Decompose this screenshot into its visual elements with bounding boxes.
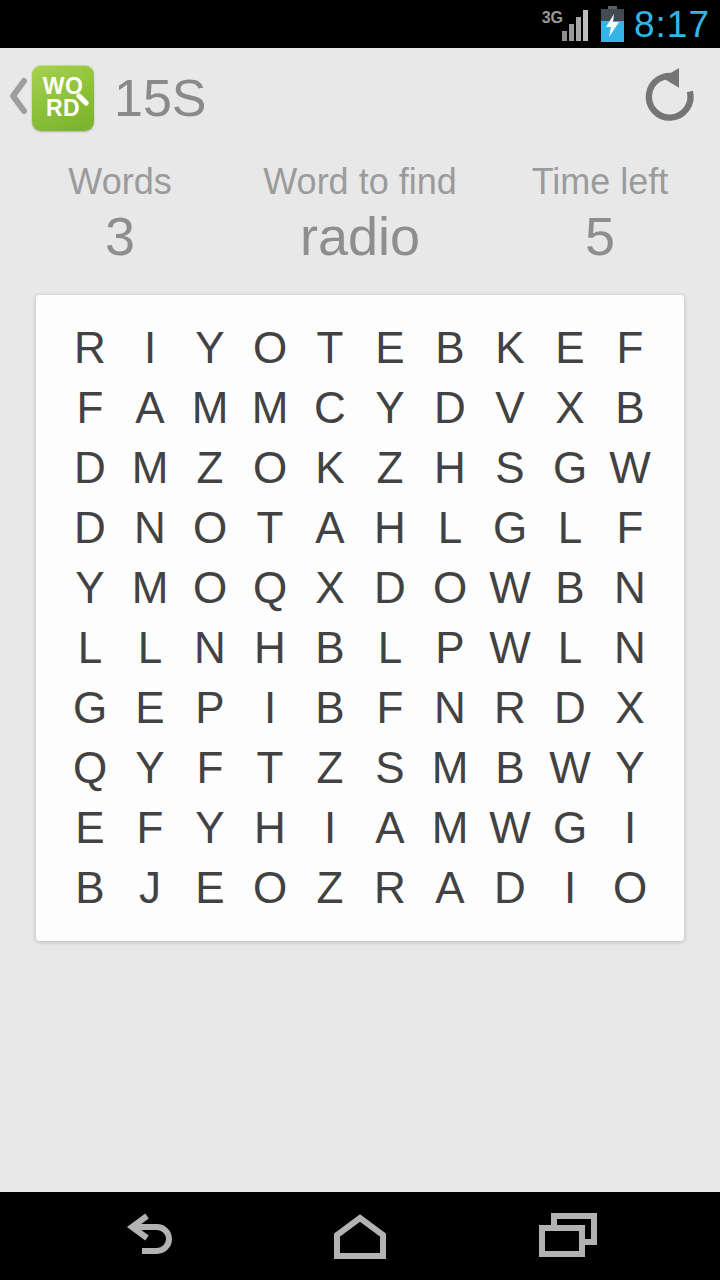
nav-back-icon[interactable] xyxy=(121,1213,183,1259)
stat-words-label: Words xyxy=(0,162,240,202)
grid-cell[interactable]: F xyxy=(360,678,420,738)
grid-cell[interactable]: T xyxy=(300,318,360,378)
grid-cell[interactable]: S xyxy=(480,438,540,498)
stat-word-to-find: Word to find radio xyxy=(240,162,480,268)
stat-word-to-find-label: Word to find xyxy=(240,162,480,202)
grid-cell[interactable]: F xyxy=(120,798,180,858)
grid-cell[interactable]: O xyxy=(240,318,300,378)
grid-cell[interactable]: Z xyxy=(180,438,240,498)
grid-cell[interactable]: I xyxy=(240,678,300,738)
grid-cell[interactable]: I xyxy=(600,798,660,858)
grid-cell[interactable]: M xyxy=(420,798,480,858)
grid-cell[interactable]: T xyxy=(240,498,300,558)
grid-cell[interactable]: M xyxy=(240,378,300,438)
grid-cell[interactable]: F xyxy=(600,498,660,558)
grid-cell[interactable]: D xyxy=(360,558,420,618)
grid-cell[interactable]: B xyxy=(600,378,660,438)
grid-cell[interactable]: M xyxy=(420,738,480,798)
grid-cell[interactable]: I xyxy=(300,798,360,858)
stat-time-left: Time left 5 xyxy=(480,162,720,268)
grid-cell[interactable]: O xyxy=(180,498,240,558)
grid-cell[interactable]: J xyxy=(120,858,180,918)
grid-cell[interactable]: X xyxy=(540,378,600,438)
grid-cell[interactable]: Y xyxy=(60,558,120,618)
grid-cell[interactable]: H xyxy=(360,498,420,558)
grid-cell[interactable]: N xyxy=(180,618,240,678)
stat-time-left-label: Time left xyxy=(480,162,720,202)
grid-cell[interactable]: G xyxy=(540,798,600,858)
grid-cell[interactable]: E xyxy=(540,318,600,378)
grid-cell[interactable]: E xyxy=(180,858,240,918)
grid-cell[interactable]: W xyxy=(480,618,540,678)
letter-grid[interactable]: RIYOTEBKEFFAMMCYDVXBDMZOKZHSGWDNOTAHLGLF… xyxy=(60,318,660,918)
app-header: WO RD 15S xyxy=(0,48,720,148)
back-chevron-icon[interactable] xyxy=(6,74,30,122)
stat-words-value: 3 xyxy=(0,204,240,269)
grid-cell[interactable]: Q xyxy=(60,738,120,798)
grid-cell[interactable]: O xyxy=(240,438,300,498)
grid-cell[interactable]: G xyxy=(540,438,600,498)
grid-cell[interactable]: Y xyxy=(120,738,180,798)
grid-cell[interactable]: O xyxy=(180,558,240,618)
grid-cell[interactable]: L xyxy=(540,498,600,558)
grid-cell[interactable]: H xyxy=(420,438,480,498)
grid-cell[interactable]: B xyxy=(300,618,360,678)
grid-cell[interactable]: T xyxy=(240,738,300,798)
grid-cell[interactable]: K xyxy=(300,438,360,498)
grid-cell[interactable]: O xyxy=(600,858,660,918)
grid-cell[interactable]: X xyxy=(300,558,360,618)
grid-cell[interactable]: D xyxy=(60,438,120,498)
network-type-label: 3G xyxy=(542,10,563,26)
grid-cell[interactable]: L xyxy=(120,618,180,678)
grid-cell[interactable]: W xyxy=(480,798,540,858)
grid-cell[interactable]: S xyxy=(360,738,420,798)
grid-cell[interactable]: Z xyxy=(300,858,360,918)
grid-cell[interactable]: K xyxy=(480,318,540,378)
stat-words: Words 3 xyxy=(0,162,240,268)
grid-cell[interactable]: R xyxy=(360,858,420,918)
grid-cell[interactable]: Y xyxy=(180,798,240,858)
grid-cell[interactable]: M xyxy=(180,378,240,438)
grid-cell[interactable]: M xyxy=(120,438,180,498)
grid-cell[interactable]: I xyxy=(540,858,600,918)
grid-cell[interactable]: E xyxy=(120,678,180,738)
grid-cell[interactable]: B xyxy=(480,738,540,798)
stat-time-left-value: 5 xyxy=(480,204,720,269)
android-nav-bar xyxy=(0,1192,720,1280)
puzzle-card: RIYOTEBKEFFAMMCYDVXBDMZOKZHSGWDNOTAHLGLF… xyxy=(36,295,684,941)
grid-cell[interactable]: D xyxy=(540,678,600,738)
signal-bars-icon xyxy=(561,6,591,42)
grid-cell[interactable]: H xyxy=(240,618,300,678)
grid-cell[interactable]: R xyxy=(60,318,120,378)
grid-cell[interactable]: D xyxy=(60,498,120,558)
grid-cell[interactable]: E xyxy=(60,798,120,858)
grid-cell[interactable]: N xyxy=(120,498,180,558)
grid-cell[interactable]: B xyxy=(60,858,120,918)
grid-cell[interactable]: F xyxy=(180,738,240,798)
grid-cell[interactable]: L xyxy=(60,618,120,678)
grid-cell[interactable]: B xyxy=(300,678,360,738)
grid-cell[interactable]: C xyxy=(300,378,360,438)
grid-cell[interactable]: M xyxy=(120,558,180,618)
grid-cell[interactable]: X xyxy=(600,678,660,738)
grid-cell[interactable]: B xyxy=(540,558,600,618)
grid-cell[interactable]: W xyxy=(480,558,540,618)
grid-cell[interactable]: I xyxy=(120,318,180,378)
nav-home-icon[interactable] xyxy=(329,1213,391,1259)
grid-cell[interactable]: Y xyxy=(360,378,420,438)
grid-cell[interactable]: Y xyxy=(180,318,240,378)
grid-cell[interactable]: F xyxy=(60,378,120,438)
page-title: 15S xyxy=(114,68,207,128)
grid-cell[interactable]: W xyxy=(540,738,600,798)
grid-cell[interactable]: A xyxy=(420,858,480,918)
grid-cell[interactable]: D xyxy=(420,378,480,438)
grid-cell[interactable]: Z xyxy=(360,438,420,498)
restart-counterclockwise-icon[interactable] xyxy=(640,67,698,129)
grid-cell[interactable]: G xyxy=(480,498,540,558)
word-search-app-icon[interactable]: WO RD xyxy=(32,65,94,131)
grid-cell[interactable]: P xyxy=(420,618,480,678)
status-bar: 3G 8:17 xyxy=(0,0,720,48)
grid-cell[interactable]: D xyxy=(480,858,540,918)
grid-cell[interactable]: E xyxy=(360,318,420,378)
grid-cell[interactable]: L xyxy=(540,618,600,678)
grid-cell[interactable]: L xyxy=(360,618,420,678)
grid-cell[interactable]: G xyxy=(60,678,120,738)
app-icon-text-line2: RD xyxy=(46,98,80,120)
grid-cell[interactable]: H xyxy=(240,798,300,858)
grid-cell[interactable]: A xyxy=(360,798,420,858)
grid-cell[interactable]: O xyxy=(240,858,300,918)
grid-cell[interactable]: R xyxy=(480,678,540,738)
stats-row: Words 3 Word to find radio Time left 5 xyxy=(0,162,720,268)
battery-charging-icon xyxy=(601,6,624,42)
grid-cell[interactable]: N xyxy=(600,618,660,678)
grid-cell[interactable]: V xyxy=(480,378,540,438)
grid-cell[interactable]: O xyxy=(420,558,480,618)
cell-signal-3g-icon: 3G xyxy=(542,6,591,42)
grid-cell[interactable]: P xyxy=(180,678,240,738)
grid-cell[interactable]: B xyxy=(420,318,480,378)
grid-cell[interactable]: A xyxy=(300,498,360,558)
stat-word-to-find-value: radio xyxy=(240,204,480,269)
grid-cell[interactable]: F xyxy=(600,318,660,378)
grid-cell[interactable]: N xyxy=(600,558,660,618)
clock: 8:17 xyxy=(634,6,710,43)
grid-cell[interactable]: Z xyxy=(300,738,360,798)
grid-cell[interactable]: Y xyxy=(600,738,660,798)
grid-cell[interactable]: W xyxy=(600,438,660,498)
grid-cell[interactable]: L xyxy=(420,498,480,558)
grid-cell[interactable]: Q xyxy=(240,558,300,618)
grid-cell[interactable]: N xyxy=(420,678,480,738)
nav-recents-icon[interactable] xyxy=(537,1213,599,1259)
grid-cell[interactable]: A xyxy=(120,378,180,438)
